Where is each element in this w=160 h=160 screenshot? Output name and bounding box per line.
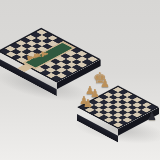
playing-board-scene [89,85,147,143]
storage-box [0,35,101,90]
product-photo-stage: ♚♟♟♟♟♟♟♟♞♟ [0,0,160,160]
playing-board [77,92,159,135]
storage-box-scene [7,31,91,93]
piece-king-light[interactable]: ♚ [93,71,106,86]
